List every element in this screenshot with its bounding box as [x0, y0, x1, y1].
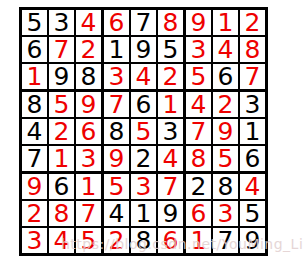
sudoku-board: 5346789126721953481983425678597614234268…: [19, 7, 268, 256]
cell-r8c4: 4: [104, 201, 131, 228]
cell-r1c3: 4: [76, 10, 104, 37]
cell-r5c1: 4: [22, 119, 49, 146]
cell-r3c5: 4: [131, 64, 158, 92]
cell-r4c3: 9: [76, 92, 104, 119]
cell-r2c7: 3: [186, 37, 213, 64]
sudoku-image: 5346789126721953481983425678597614234268…: [0, 0, 303, 264]
cell-r3c8: 6: [213, 64, 240, 92]
cell-r9c5: 8: [131, 228, 158, 253]
cell-r9c3: 5: [76, 228, 104, 253]
cell-r4c7: 4: [186, 92, 213, 119]
cell-r1c2: 3: [49, 10, 76, 37]
cell-r6c6: 4: [158, 146, 186, 174]
cell-r5c4: 8: [104, 119, 131, 146]
cell-r1c7: 9: [186, 10, 213, 37]
cell-r7c4: 5: [104, 174, 131, 201]
cell-r2c5: 9: [131, 37, 158, 64]
cell-r9c1: 3: [22, 228, 49, 253]
cell-r9c4: 2: [104, 228, 131, 253]
cell-r3c9: 7: [240, 64, 265, 92]
cell-r9c8: 7: [213, 228, 240, 253]
cell-r8c2: 8: [49, 201, 76, 228]
cell-r2c6: 5: [158, 37, 186, 64]
cell-r7c6: 7: [158, 174, 186, 201]
cell-r8c7: 6: [186, 201, 213, 228]
cell-r5c6: 3: [158, 119, 186, 146]
cell-r5c3: 6: [76, 119, 104, 146]
cell-r4c1: 8: [22, 92, 49, 119]
cell-r1c5: 7: [131, 10, 158, 37]
cell-r8c9: 5: [240, 201, 265, 228]
cell-r7c1: 9: [22, 174, 49, 201]
cell-r8c6: 9: [158, 201, 186, 228]
cell-r5c8: 9: [213, 119, 240, 146]
cell-r2c1: 6: [22, 37, 49, 64]
cell-r7c7: 2: [186, 174, 213, 201]
cell-r6c9: 6: [240, 146, 265, 174]
cell-r5c5: 5: [131, 119, 158, 146]
cell-r6c1: 7: [22, 146, 49, 174]
cell-r8c3: 7: [76, 201, 104, 228]
cell-r1c6: 8: [158, 10, 186, 37]
cell-r2c3: 2: [76, 37, 104, 64]
cell-r2c2: 7: [49, 37, 76, 64]
cell-r4c8: 2: [213, 92, 240, 119]
cell-r7c3: 1: [76, 174, 104, 201]
cell-r1c4: 6: [104, 10, 131, 37]
cell-r3c1: 1: [22, 64, 49, 92]
cell-r3c4: 3: [104, 64, 131, 92]
cell-r5c2: 2: [49, 119, 76, 146]
cell-r4c9: 3: [240, 92, 265, 119]
cell-r8c8: 3: [213, 201, 240, 228]
cell-r3c7: 5: [186, 64, 213, 92]
cell-r3c2: 9: [49, 64, 76, 92]
cell-r4c6: 1: [158, 92, 186, 119]
cell-r7c8: 8: [213, 174, 240, 201]
cell-r3c6: 2: [158, 64, 186, 92]
cell-r9c2: 4: [49, 228, 76, 253]
cell-r4c5: 6: [131, 92, 158, 119]
cell-r7c2: 6: [49, 174, 76, 201]
cell-r2c8: 4: [213, 37, 240, 64]
cell-r1c1: 5: [22, 10, 49, 37]
cell-r2c9: 8: [240, 37, 265, 64]
cell-r6c4: 9: [104, 146, 131, 174]
cell-r5c7: 7: [186, 119, 213, 146]
cell-r5c9: 1: [240, 119, 265, 146]
cell-r7c5: 3: [131, 174, 158, 201]
cell-r4c4: 7: [104, 92, 131, 119]
cell-r6c2: 1: [49, 146, 76, 174]
cell-r1c8: 1: [213, 10, 240, 37]
cell-r7c9: 4: [240, 174, 265, 201]
cell-r9c6: 6: [158, 228, 186, 253]
cell-r9c9: 9: [240, 228, 265, 253]
cell-r6c7: 8: [186, 146, 213, 174]
cell-r3c3: 8: [76, 64, 104, 92]
cell-r6c8: 5: [213, 146, 240, 174]
cell-r1c9: 2: [240, 10, 265, 37]
cell-r9c7: 1: [186, 228, 213, 253]
cell-r6c5: 2: [131, 146, 158, 174]
cell-r6c3: 3: [76, 146, 104, 174]
cell-r8c1: 2: [22, 201, 49, 228]
cell-r2c4: 1: [104, 37, 131, 64]
cell-r8c5: 1: [131, 201, 158, 228]
cell-r4c2: 5: [49, 92, 76, 119]
